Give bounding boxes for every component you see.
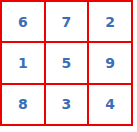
cell-r0c0: 6 (2, 2, 44, 41)
cell-r2c2: 4 (89, 85, 131, 124)
magic-square-board: 6 7 2 1 5 9 8 3 4 (0, 0, 133, 126)
cell-r1c2: 9 (89, 43, 131, 82)
cell-r2c0: 8 (2, 85, 44, 124)
cell-r1c0: 1 (2, 43, 44, 82)
cell-r0c1: 7 (46, 2, 88, 41)
cell-r2c1: 3 (46, 85, 88, 124)
cell-r0c2: 2 (89, 2, 131, 41)
cell-r1c1: 5 (46, 43, 88, 82)
